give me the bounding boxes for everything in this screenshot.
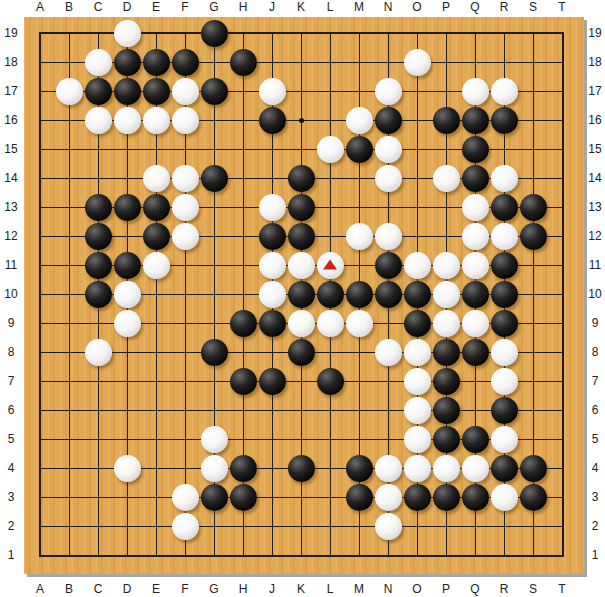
row-label-right-10: 10 [584, 287, 605, 301]
white-stone-F17 [172, 78, 199, 105]
white-stone-Q17 [462, 78, 489, 105]
last-move-marker [323, 259, 337, 269]
black-stone-Q5 [462, 426, 489, 453]
col-label-top-K: K [290, 0, 312, 14]
black-stone-R16 [491, 107, 518, 134]
black-stone-J7 [259, 368, 286, 395]
black-stone-O10 [404, 281, 431, 308]
black-stone-E12 [143, 223, 170, 250]
black-stone-S3 [520, 484, 547, 511]
row-label-left-14: 14 [0, 171, 22, 185]
white-stone-E14 [143, 165, 170, 192]
col-label-bottom-S: S [522, 582, 544, 596]
black-stone-M3 [346, 484, 373, 511]
col-label-bottom-B: B [58, 582, 80, 596]
black-stone-R4 [491, 455, 518, 482]
white-stone-R17 [491, 78, 518, 105]
white-stone-N17 [375, 78, 402, 105]
row-label-left-7: 7 [0, 374, 22, 388]
row-label-right-17: 17 [584, 84, 605, 98]
black-stone-K10 [288, 281, 315, 308]
row-label-right-12: 12 [584, 229, 605, 243]
white-stone-F3 [172, 484, 199, 511]
black-stone-N16 [375, 107, 402, 134]
white-stone-D9 [114, 310, 141, 337]
black-stone-C17 [85, 78, 112, 105]
black-stone-Q3 [462, 484, 489, 511]
white-stone-D16 [114, 107, 141, 134]
black-stone-C12 [85, 223, 112, 250]
black-stone-D18 [114, 49, 141, 76]
row-label-left-15: 15 [0, 142, 22, 156]
white-stone-R3 [491, 484, 518, 511]
col-label-bottom-A: A [29, 582, 51, 596]
col-label-top-S: S [522, 0, 544, 14]
white-stone-D4 [114, 455, 141, 482]
black-stone-D17 [114, 78, 141, 105]
black-stone-Q8 [462, 339, 489, 366]
black-stone-L10 [317, 281, 344, 308]
row-label-left-18: 18 [0, 55, 22, 69]
col-label-bottom-J: J [261, 582, 283, 596]
white-stone-R7 [491, 368, 518, 395]
black-stone-E13 [143, 194, 170, 221]
white-stone-O6 [404, 397, 431, 424]
white-stone-D10 [114, 281, 141, 308]
col-label-top-H: H [232, 0, 254, 14]
white-stone-N4 [375, 455, 402, 482]
black-stone-K12 [288, 223, 315, 250]
white-stone-G4 [201, 455, 228, 482]
black-stone-Q10 [462, 281, 489, 308]
white-stone-F14 [172, 165, 199, 192]
col-label-bottom-H: H [232, 582, 254, 596]
col-label-bottom-O: O [406, 582, 428, 596]
white-stone-P11 [433, 252, 460, 279]
black-stone-P8 [433, 339, 460, 366]
white-stone-N2 [375, 513, 402, 540]
white-stone-R14 [491, 165, 518, 192]
white-stone-J10 [259, 281, 286, 308]
white-stone-M9 [346, 310, 373, 337]
black-stone-P6 [433, 397, 460, 424]
white-stone-Q4 [462, 455, 489, 482]
grid-line-horizontal [40, 381, 563, 382]
black-stone-C13 [85, 194, 112, 221]
go-board[interactable] [24, 17, 584, 574]
white-stone-E11 [143, 252, 170, 279]
row-label-right-11: 11 [584, 258, 605, 272]
white-stone-Q11 [462, 252, 489, 279]
white-stone-O18 [404, 49, 431, 76]
col-label-bottom-Q: Q [464, 582, 486, 596]
col-label-top-O: O [406, 0, 428, 14]
white-stone-J11 [259, 252, 286, 279]
black-stone-E17 [143, 78, 170, 105]
row-label-left-11: 11 [0, 258, 22, 272]
row-label-left-6: 6 [0, 403, 22, 417]
white-stone-N12 [375, 223, 402, 250]
white-stone-O11 [404, 252, 431, 279]
black-stone-O3 [404, 484, 431, 511]
col-label-top-M: M [348, 0, 370, 14]
col-label-top-P: P [435, 0, 457, 14]
white-stone-P4 [433, 455, 460, 482]
row-label-right-2: 2 [584, 519, 605, 533]
white-stone-F13 [172, 194, 199, 221]
col-label-top-L: L [319, 0, 341, 14]
black-stone-M4 [346, 455, 373, 482]
col-label-bottom-D: D [116, 582, 138, 596]
col-label-bottom-K: K [290, 582, 312, 596]
col-label-bottom-E: E [145, 582, 167, 596]
black-stone-E18 [143, 49, 170, 76]
white-stone-K9 [288, 310, 315, 337]
black-stone-J9 [259, 310, 286, 337]
white-stone-G5 [201, 426, 228, 453]
black-stone-P3 [433, 484, 460, 511]
col-label-top-J: J [261, 0, 283, 14]
white-stone-P14 [433, 165, 460, 192]
black-stone-P16 [433, 107, 460, 134]
white-stone-O5 [404, 426, 431, 453]
white-stone-B17 [56, 78, 83, 105]
black-stone-K4 [288, 455, 315, 482]
row-label-right-3: 3 [584, 490, 605, 504]
row-label-left-16: 16 [0, 113, 22, 127]
black-stone-C11 [85, 252, 112, 279]
row-label-left-3: 3 [0, 490, 22, 504]
black-stone-M15 [346, 136, 373, 163]
black-stone-D11 [114, 252, 141, 279]
white-stone-P10 [433, 281, 460, 308]
black-stone-Q16 [462, 107, 489, 134]
row-label-left-9: 9 [0, 316, 22, 330]
star-point-K16 [299, 118, 304, 123]
black-stone-O9 [404, 310, 431, 337]
col-label-bottom-F: F [174, 582, 196, 596]
col-label-top-Q: Q [464, 0, 486, 14]
white-stone-K11 [288, 252, 315, 279]
row-label-left-12: 12 [0, 229, 22, 243]
col-label-top-F: F [174, 0, 196, 14]
white-stone-R5 [491, 426, 518, 453]
col-label-top-N: N [377, 0, 399, 14]
col-label-bottom-C: C [87, 582, 109, 596]
row-label-right-13: 13 [584, 200, 605, 214]
grid-line-horizontal [40, 410, 563, 411]
white-stone-R12 [491, 223, 518, 250]
black-stone-G19 [201, 20, 228, 47]
black-stone-G3 [201, 484, 228, 511]
col-label-top-R: R [493, 0, 515, 14]
col-label-bottom-L: L [319, 582, 341, 596]
black-stone-L7 [317, 368, 344, 395]
row-label-right-1: 1 [584, 548, 605, 562]
white-stone-M12 [346, 223, 373, 250]
go-diagram: AABBCCDDEEFFGGHHJJKKLLMMNNOOPPQQRRSSTT19… [0, 0, 605, 597]
col-label-top-A: A [29, 0, 51, 14]
white-stone-O8 [404, 339, 431, 366]
row-label-left-8: 8 [0, 345, 22, 359]
black-stone-N10 [375, 281, 402, 308]
black-stone-P5 [433, 426, 460, 453]
white-stone-N14 [375, 165, 402, 192]
white-stone-M16 [346, 107, 373, 134]
black-stone-Q15 [462, 136, 489, 163]
white-stone-O4 [404, 455, 431, 482]
black-stone-K13 [288, 194, 315, 221]
row-label-right-18: 18 [584, 55, 605, 69]
black-stone-S12 [520, 223, 547, 250]
row-label-right-16: 16 [584, 113, 605, 127]
white-stone-C18 [85, 49, 112, 76]
grid-line-horizontal [40, 526, 563, 527]
row-label-left-10: 10 [0, 287, 22, 301]
row-label-left-5: 5 [0, 432, 22, 446]
white-stone-C16 [85, 107, 112, 134]
white-stone-L11 [317, 252, 344, 279]
row-label-right-15: 15 [584, 142, 605, 156]
row-label-right-9: 9 [584, 316, 605, 330]
black-stone-H9 [230, 310, 257, 337]
black-stone-Q14 [462, 165, 489, 192]
black-stone-K14 [288, 165, 315, 192]
black-stone-N11 [375, 252, 402, 279]
row-label-right-5: 5 [584, 432, 605, 446]
black-stone-H3 [230, 484, 257, 511]
black-stone-G17 [201, 78, 228, 105]
row-label-right-7: 7 [584, 374, 605, 388]
black-stone-G14 [201, 165, 228, 192]
black-stone-M10 [346, 281, 373, 308]
black-stone-P7 [433, 368, 460, 395]
white-stone-O7 [404, 368, 431, 395]
white-stone-F2 [172, 513, 199, 540]
row-label-right-4: 4 [584, 461, 605, 475]
white-stone-F16 [172, 107, 199, 134]
white-stone-J13 [259, 194, 286, 221]
white-stone-L15 [317, 136, 344, 163]
black-stone-S4 [520, 455, 547, 482]
row-label-left-17: 17 [0, 84, 22, 98]
row-label-right-8: 8 [584, 345, 605, 359]
col-label-top-D: D [116, 0, 138, 14]
white-stone-C8 [85, 339, 112, 366]
col-label-bottom-T: T [551, 582, 573, 596]
black-stone-R11 [491, 252, 518, 279]
col-label-top-C: C [87, 0, 109, 14]
white-stone-F12 [172, 223, 199, 250]
col-label-bottom-M: M [348, 582, 370, 596]
col-label-top-G: G [203, 0, 225, 14]
white-stone-E16 [143, 107, 170, 134]
row-label-left-1: 1 [0, 548, 22, 562]
black-stone-F18 [172, 49, 199, 76]
col-label-bottom-G: G [203, 582, 225, 596]
black-stone-J12 [259, 223, 286, 250]
black-stone-D13 [114, 194, 141, 221]
col-label-bottom-P: P [435, 582, 457, 596]
col-label-bottom-R: R [493, 582, 515, 596]
row-label-left-2: 2 [0, 519, 22, 533]
row-label-left-4: 4 [0, 461, 22, 475]
col-label-top-B: B [58, 0, 80, 14]
white-stone-N3 [375, 484, 402, 511]
white-stone-Q9 [462, 310, 489, 337]
white-stone-J17 [259, 78, 286, 105]
white-stone-Q12 [462, 223, 489, 250]
black-stone-K8 [288, 339, 315, 366]
row-label-left-19: 19 [0, 26, 22, 40]
white-stone-P9 [433, 310, 460, 337]
black-stone-H7 [230, 368, 257, 395]
black-stone-R13 [491, 194, 518, 221]
white-stone-D19 [114, 20, 141, 47]
black-stone-H4 [230, 455, 257, 482]
white-stone-N8 [375, 339, 402, 366]
row-label-right-19: 19 [584, 26, 605, 40]
white-stone-Q13 [462, 194, 489, 221]
black-stone-J16 [259, 107, 286, 134]
black-stone-R10 [491, 281, 518, 308]
white-stone-R8 [491, 339, 518, 366]
white-stone-N15 [375, 136, 402, 163]
col-label-top-E: E [145, 0, 167, 14]
col-label-top-T: T [551, 0, 573, 14]
black-stone-S13 [520, 194, 547, 221]
row-label-right-6: 6 [584, 403, 605, 417]
row-label-right-14: 14 [584, 171, 605, 185]
col-label-bottom-N: N [377, 582, 399, 596]
white-stone-L9 [317, 310, 344, 337]
black-stone-G8 [201, 339, 228, 366]
row-label-left-13: 13 [0, 200, 22, 214]
black-stone-R9 [491, 310, 518, 337]
black-stone-R6 [491, 397, 518, 424]
black-stone-C10 [85, 281, 112, 308]
black-stone-H18 [230, 49, 257, 76]
